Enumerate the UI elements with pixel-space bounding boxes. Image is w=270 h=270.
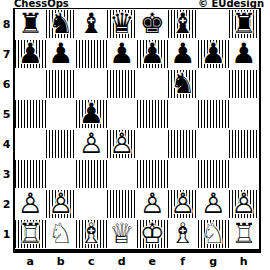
square-d1[interactable]: ♛♕ [107,219,138,249]
piece-glyph: ♞ [168,69,199,99]
piece-white-pawn[interactable]: ♟♙ [229,189,260,219]
piece-glyph: ♟ [229,39,260,69]
file-labels: abcdefgh [15,253,259,269]
piece-white-pawn[interactable]: ♟♙ [168,189,199,219]
piece-glyph: ♟ [76,99,107,129]
square-a3[interactable] [15,159,46,189]
piece-black-bishop[interactable]: ♝ [76,9,107,39]
square-e3[interactable] [137,159,168,189]
square-b1[interactable]: ♞♘ [46,219,77,249]
square-e8[interactable]: ♚ [137,9,168,39]
rank-labels: 87654321 [0,9,13,249]
square-c3[interactable] [76,159,107,189]
square-a4[interactable] [15,129,46,159]
square-g5[interactable] [198,99,229,129]
piece-white-king[interactable]: ♚♔ [137,219,168,249]
piece-glyph: ♟ [137,39,168,69]
file-label-d: d [107,253,138,269]
piece-glyph: ♞ [46,9,77,39]
piece-black-king[interactable]: ♚ [137,9,168,39]
piece-glyph: ♛ [107,9,138,39]
rank-label-4: 4 [0,129,13,159]
file-label-e: e [137,253,168,269]
square-e7[interactable]: ♟ [137,39,168,69]
square-b3[interactable] [46,159,77,189]
square-g1[interactable]: ♞♘ [198,219,229,249]
chess-board: ♜♞♝♛♚♝♜♟♟♟♟♟♟♟♞♟♟♙♟♙♟♙♟♙♟♙♟♙♟♙♟♙♜♖♞♘♝♗♛♕… [13,8,261,253]
square-h3[interactable] [229,159,260,189]
piece-black-queen[interactable]: ♛ [107,9,138,39]
piece-glyph-outline: ♙ [15,189,46,219]
square-g3[interactable] [198,159,229,189]
piece-glyph: ♟ [168,39,199,69]
rank-label-6: 6 [0,69,13,99]
square-e5[interactable] [137,99,168,129]
piece-black-knight[interactable]: ♞ [168,69,199,99]
square-g2[interactable]: ♟♙ [198,189,229,219]
square-d5[interactable] [107,99,138,129]
rank-label-5: 5 [0,99,13,129]
square-f5[interactable] [168,99,199,129]
file-label-c: c [76,253,107,269]
square-e6[interactable] [137,69,168,99]
piece-glyph-outline: ♙ [198,189,229,219]
square-f1[interactable]: ♝♗ [168,219,199,249]
square-h4[interactable] [229,129,260,159]
square-f2[interactable]: ♟♙ [168,189,199,219]
square-d7[interactable]: ♟ [107,39,138,69]
square-c2[interactable] [76,189,107,219]
square-h6[interactable] [229,69,260,99]
file-label-f: f [168,253,199,269]
square-g4[interactable] [198,129,229,159]
piece-black-rook[interactable]: ♜ [15,9,46,39]
square-d8[interactable]: ♛ [107,9,138,39]
piece-glyph: ♟ [198,39,229,69]
square-f8[interactable]: ♝ [168,9,199,39]
piece-black-pawn[interactable]: ♟ [46,39,77,69]
file-label-b: b [46,253,77,269]
piece-glyph-outline: ♖ [229,219,260,249]
square-b8[interactable]: ♞ [46,9,77,39]
piece-white-bishop[interactable]: ♝♗ [168,219,199,249]
square-c1[interactable]: ♝♗ [76,219,107,249]
piece-glyph-outline: ♙ [107,129,138,159]
square-e4[interactable] [137,129,168,159]
piece-white-pawn[interactable]: ♟♙ [76,129,107,159]
piece-glyph-outline: ♙ [76,129,107,159]
square-b5[interactable] [46,99,77,129]
piece-glyph: ♜ [229,9,260,39]
piece-glyph-outline: ♔ [137,219,168,249]
square-a2[interactable]: ♟♙ [15,189,46,219]
piece-glyph-outline: ♗ [76,219,107,249]
piece-glyph-outline: ♘ [198,219,229,249]
square-b4[interactable] [46,129,77,159]
piece-black-pawn[interactable]: ♟ [15,39,46,69]
square-d3[interactable] [107,159,138,189]
piece-white-queen[interactable]: ♛♕ [107,219,138,249]
piece-glyph-outline: ♙ [137,189,168,219]
square-c4[interactable]: ♟♙ [76,129,107,159]
piece-glyph-outline: ♘ [46,219,77,249]
piece-white-bishop[interactable]: ♝♗ [76,219,107,249]
piece-white-pawn[interactable]: ♟♙ [46,189,77,219]
piece-glyph: ♟ [15,39,46,69]
file-label-h: h [229,253,260,269]
square-a6[interactable] [15,69,46,99]
piece-black-pawn[interactable]: ♟ [76,99,107,129]
rank-label-2: 2 [0,189,13,219]
piece-white-pawn[interactable]: ♟♙ [198,189,229,219]
piece-glyph: ♟ [46,39,77,69]
square-e1[interactable]: ♚♔ [137,219,168,249]
piece-glyph: ♜ [15,9,46,39]
piece-white-knight[interactable]: ♞♘ [46,219,77,249]
piece-white-pawn[interactable]: ♟♙ [137,189,168,219]
piece-glyph-outline: ♖ [15,219,46,249]
piece-glyph: ♚ [137,9,168,39]
square-f7[interactable]: ♟ [168,39,199,69]
piece-glyph-outline: ♕ [107,219,138,249]
square-f4[interactable] [168,129,199,159]
square-g6[interactable] [198,69,229,99]
square-b6[interactable] [46,69,77,99]
piece-glyph: ♝ [76,9,107,39]
piece-black-rook[interactable]: ♜ [229,9,260,39]
rank-label-8: 8 [0,9,13,39]
square-g8[interactable] [198,9,229,39]
square-f3[interactable] [168,159,199,189]
piece-white-pawn[interactable]: ♟♙ [15,189,46,219]
square-g7[interactable]: ♟ [198,39,229,69]
square-a8[interactable]: ♜ [15,9,46,39]
square-h5[interactable] [229,99,260,129]
rank-label-7: 7 [0,39,13,69]
piece-white-rook[interactable]: ♜♖ [15,219,46,249]
file-label-a: a [15,253,46,269]
square-b2[interactable]: ♟♙ [46,189,77,219]
piece-glyph-outline: ♙ [46,189,77,219]
piece-black-pawn[interactable]: ♟ [198,39,229,69]
chess-app-window: ChessOps © EUdesign 87654321 ♜♞♝♛♚♝♜♟♟♟♟… [0,0,270,270]
piece-glyph: ♟ [107,39,138,69]
square-c8[interactable]: ♝ [76,9,107,39]
piece-glyph-outline: ♙ [168,189,199,219]
square-h2[interactable]: ♟♙ [229,189,260,219]
piece-glyph-outline: ♗ [168,219,199,249]
square-d2[interactable] [107,189,138,219]
square-d4[interactable]: ♟♙ [107,129,138,159]
piece-black-pawn[interactable]: ♟ [229,39,260,69]
square-c6[interactable] [76,69,107,99]
square-a7[interactable]: ♟ [15,39,46,69]
piece-black-pawn[interactable]: ♟ [168,39,199,69]
piece-black-pawn[interactable]: ♟ [107,39,138,69]
square-f6[interactable]: ♞ [168,69,199,99]
square-a1[interactable]: ♜♖ [15,219,46,249]
square-a5[interactable] [15,99,46,129]
square-b7[interactable]: ♟ [46,39,77,69]
piece-glyph: ♝ [168,9,199,39]
file-label-g: g [198,253,229,269]
piece-black-knight[interactable]: ♞ [46,9,77,39]
square-h8[interactable]: ♜ [229,9,260,39]
square-c7[interactable] [76,39,107,69]
piece-black-pawn[interactable]: ♟ [137,39,168,69]
rank-label-1: 1 [0,219,13,249]
piece-white-pawn[interactable]: ♟♙ [107,129,138,159]
piece-white-rook[interactable]: ♜♖ [229,219,260,249]
rank-label-3: 3 [0,159,13,189]
piece-black-bishop[interactable]: ♝ [168,9,199,39]
square-d6[interactable] [107,69,138,99]
square-e2[interactable]: ♟♙ [137,189,168,219]
square-h7[interactable]: ♟ [229,39,260,69]
piece-glyph-outline: ♙ [229,189,260,219]
piece-white-knight[interactable]: ♞♘ [198,219,229,249]
square-c5[interactable]: ♟ [76,99,107,129]
square-h1[interactable]: ♜♖ [229,219,260,249]
